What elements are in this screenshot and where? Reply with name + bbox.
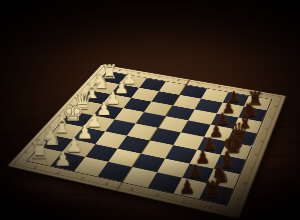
scene: 12345678 12345678 abcdefgh abcdefgh ♜♟♟♜… [0,0,300,220]
white-pawn[interactable]: ♟ [50,149,76,168]
photo-canvas: 12345678 12345678 abcdefgh abcdefgh ♜♟♟♜… [0,0,300,220]
chess-board: 12345678 12345678 abcdefgh abcdefgh ♜♟♟♜… [7,64,287,219]
reflection-speck [251,145,254,147]
black-pawn[interactable]: ♟ [173,178,201,196]
black-rook[interactable]: ♜ [199,179,227,201]
white-rook[interactable]: ♜ [27,140,53,163]
